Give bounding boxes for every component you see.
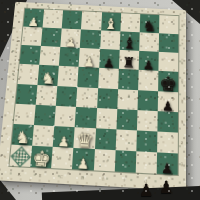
captured-black-pawn[interactable]: ♟ bbox=[158, 179, 173, 196]
white-queen-c3r6[interactable]: ♛ bbox=[75, 130, 94, 151]
black-bishop-c5r1[interactable]: ♝ bbox=[122, 36, 137, 52]
square-c1r6[interactable] bbox=[32, 125, 55, 147]
square-c6r3[interactable] bbox=[138, 70, 159, 91]
rank-label: 2 bbox=[179, 132, 185, 153]
square-c4r5[interactable] bbox=[96, 108, 118, 130]
square-c5r3[interactable] bbox=[118, 69, 139, 90]
white-pawn-c3r7[interactable]: ♟ bbox=[77, 156, 90, 171]
square-c1r2[interactable] bbox=[39, 46, 61, 66]
white-knight-c0r6[interactable]: ♞ bbox=[14, 129, 30, 146]
square-c5r6[interactable] bbox=[115, 129, 137, 151]
square-c2r4[interactable] bbox=[56, 86, 78, 107]
square-c4r7[interactable] bbox=[93, 149, 115, 172]
square-c3r4[interactable] bbox=[76, 87, 98, 108]
table-shadow-band bbox=[42, 185, 200, 200]
square-c0r5[interactable] bbox=[14, 103, 37, 125]
rank-labels: 87654321 bbox=[179, 16, 185, 175]
square-c3r0[interactable] bbox=[81, 11, 102, 31]
white-pawn-c0r0[interactable]: ♟ bbox=[27, 16, 39, 28]
white-bishop-c4r0[interactable]: ♝ bbox=[103, 17, 118, 33]
black-king-c7r3[interactable]: ♚ bbox=[159, 73, 177, 93]
square-c2r7[interactable] bbox=[51, 147, 74, 170]
white-pawn-c2r6[interactable]: ♟ bbox=[57, 134, 70, 148]
square-c0r2[interactable] bbox=[20, 45, 42, 65]
file-label: A bbox=[8, 171, 30, 179]
white-king-c1r7[interactable]: ♚ bbox=[31, 148, 51, 170]
background-shadow-bottom-left bbox=[0, 180, 16, 200]
black-pawn-c6r2[interactable]: ♟ bbox=[143, 59, 155, 72]
white-pawn-c3r2[interactable]: ♟ bbox=[83, 56, 95, 69]
square-c6r7[interactable] bbox=[135, 151, 157, 174]
square-c7r0[interactable] bbox=[159, 15, 179, 35]
file-label: B bbox=[29, 172, 51, 180]
square-c6r4[interactable] bbox=[137, 90, 158, 111]
square-c5r4[interactable] bbox=[117, 89, 138, 110]
rank-label: 5 bbox=[179, 72, 185, 92]
square-c1r1[interactable] bbox=[41, 28, 62, 48]
file-label: E bbox=[93, 176, 114, 184]
scene: ∙∙∙∙∙∙∙∙∙∙∙∙ ♟♝♞♟♝♟♟♜♟♞♚♟♞♟♛♚♟♟ ABCDEFGH… bbox=[0, 0, 200, 200]
rank-label: 7 bbox=[179, 34, 185, 53]
rank-label: 1 bbox=[179, 153, 185, 175]
black-knight-c6r0[interactable]: ♞ bbox=[142, 19, 156, 34]
file-label: F bbox=[114, 177, 135, 185]
square-c5r5[interactable] bbox=[116, 109, 138, 131]
square-c2r5[interactable] bbox=[55, 105, 77, 127]
square-c6r1[interactable] bbox=[139, 32, 159, 52]
square-c4r4[interactable] bbox=[97, 88, 119, 109]
square-c0r1[interactable] bbox=[21, 27, 43, 47]
square-c4r3[interactable] bbox=[98, 68, 119, 89]
square-c0r3[interactable] bbox=[18, 64, 40, 85]
square-c6r5[interactable] bbox=[137, 110, 158, 132]
rank-label: 4 bbox=[179, 92, 185, 112]
square-c2r3[interactable] bbox=[58, 66, 80, 87]
board-grid[interactable]: ♟♝♞♟♝♟♟♜♟♞♚♟♞♟♛♚♟♟ bbox=[9, 9, 178, 175]
square-c0r4[interactable] bbox=[16, 84, 38, 105]
black-pawn-c4r2[interactable]: ♟ bbox=[103, 57, 115, 70]
square-c4r1[interactable] bbox=[100, 30, 121, 50]
rank-label: 3 bbox=[179, 112, 185, 133]
black-pawn-c7r7[interactable]: ♟ bbox=[161, 161, 173, 176]
file-label: C bbox=[50, 173, 72, 181]
square-c5r0[interactable] bbox=[120, 13, 140, 33]
square-c3r1[interactable] bbox=[80, 30, 101, 50]
square-c1r5[interactable] bbox=[34, 104, 56, 126]
square-c1r4[interactable] bbox=[36, 85, 58, 106]
square-c7r5[interactable] bbox=[157, 111, 178, 133]
captured-black-pawn[interactable]: ♟ bbox=[138, 182, 153, 199]
rank-label: 6 bbox=[179, 53, 185, 72]
square-c3r3[interactable] bbox=[78, 67, 99, 88]
square-c2r0[interactable] bbox=[62, 10, 83, 30]
file-label: D bbox=[72, 175, 94, 183]
square-c2r2[interactable] bbox=[59, 47, 80, 67]
square-c7r6[interactable] bbox=[157, 131, 178, 154]
white-pawn-c2r1[interactable]: ♟ bbox=[65, 36, 77, 49]
square-c3r5[interactable] bbox=[75, 107, 97, 129]
black-pawn-c7r4[interactable]: ♟ bbox=[162, 99, 174, 113]
square-c6r6[interactable] bbox=[136, 130, 158, 153]
chess-board[interactable]: ∙∙∙∙∙∙∙∙∙∙∙∙ ♟♝♞♟♝♟♟♜♟♞♚♟♞♟♛♚♟♟ ABCDEFGH… bbox=[0, 2, 186, 191]
square-c4r6[interactable] bbox=[94, 128, 116, 150]
rank-label: 8 bbox=[179, 16, 185, 35]
white-knight-c1r3[interactable]: ♞ bbox=[40, 70, 55, 86]
square-c7r2[interactable] bbox=[158, 52, 178, 73]
black-rook-c5r2[interactable]: ♜ bbox=[122, 56, 136, 71]
square-c1r0[interactable] bbox=[43, 9, 64, 28]
square-c5r7[interactable] bbox=[114, 150, 136, 173]
square-c7r1[interactable] bbox=[159, 33, 179, 53]
